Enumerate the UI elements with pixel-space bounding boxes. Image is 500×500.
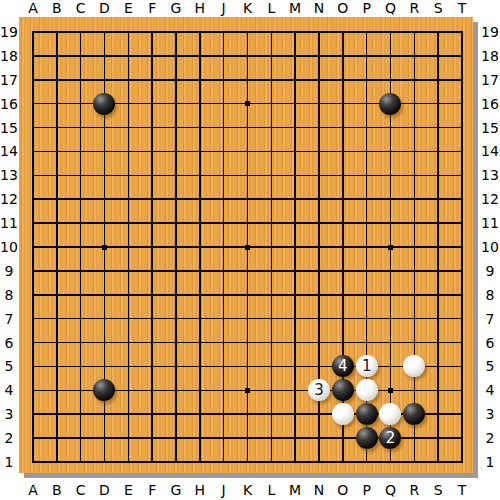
coord-label-right-16: 16 (481, 96, 499, 112)
coord-label-bottom-G: G (171, 482, 182, 498)
coord-label-top-S: S (434, 0, 443, 16)
coord-label-top-M: M (289, 0, 301, 16)
coord-label-bottom-S: S (434, 482, 443, 498)
coord-label-bottom-N: N (314, 482, 324, 498)
coord-label-bottom-Q: Q (385, 482, 396, 498)
coord-label-top-G: G (171, 0, 182, 16)
coord-label-right-13: 13 (481, 167, 499, 183)
coord-label-right-9: 9 (486, 263, 495, 279)
coord-label-top-A: A (28, 0, 38, 16)
coord-label-bottom-B: B (52, 482, 62, 498)
coord-label-right-10: 10 (481, 239, 499, 255)
coord-label-left-8: 8 (5, 287, 14, 303)
stone-black-O5[interactable]: 4 (332, 355, 354, 377)
grid-line-horizontal (32, 270, 462, 272)
coord-label-bottom-L: L (267, 482, 275, 498)
stone-white-R5[interactable] (403, 355, 425, 377)
star-point-K10 (245, 245, 250, 250)
coord-label-left-16: 16 (0, 96, 18, 112)
coord-label-left-3: 3 (5, 406, 14, 422)
coord-label-left-7: 7 (5, 311, 14, 327)
coord-label-right-14: 14 (481, 143, 499, 159)
coord-label-right-12: 12 (481, 191, 499, 207)
move-number-4: 4 (338, 359, 348, 374)
coord-label-bottom-A: A (28, 482, 38, 498)
grid-line-vertical (294, 31, 296, 463)
coord-label-right-5: 5 (486, 358, 495, 374)
stone-black-D4[interactable] (93, 379, 115, 401)
grid-line-vertical (437, 31, 439, 463)
coord-label-top-P: P (362, 0, 370, 16)
coord-label-top-K: K (243, 0, 252, 16)
coord-label-right-11: 11 (481, 215, 499, 231)
grid-line-vertical (461, 31, 463, 463)
star-point-D10 (102, 245, 107, 250)
coord-label-top-L: L (267, 0, 275, 16)
coord-label-left-4: 4 (5, 382, 14, 398)
stone-black-P2[interactable] (356, 427, 378, 449)
coord-label-left-19: 19 (0, 24, 18, 40)
coord-label-left-9: 9 (5, 263, 14, 279)
coord-label-right-15: 15 (481, 120, 499, 136)
move-number-1: 1 (362, 359, 372, 374)
coord-label-top-B: B (52, 0, 62, 16)
coord-label-right-2: 2 (486, 430, 495, 446)
coord-label-right-7: 7 (486, 311, 495, 327)
coord-label-left-15: 15 (0, 120, 18, 136)
coord-label-right-4: 4 (486, 382, 495, 398)
coord-label-top-O: O (337, 0, 348, 16)
star-point-K16 (245, 101, 250, 106)
grid-line-vertical (414, 31, 416, 463)
star-point-K4 (245, 388, 250, 393)
coord-label-bottom-E: E (124, 482, 133, 498)
coord-label-right-1: 1 (486, 454, 495, 470)
stone-white-P4[interactable] (356, 379, 378, 401)
coord-label-bottom-D: D (99, 482, 110, 498)
coord-label-bottom-P: P (362, 482, 370, 498)
coord-label-left-13: 13 (0, 167, 18, 183)
coord-label-bottom-F: F (148, 482, 156, 498)
grid-line-horizontal (32, 461, 462, 463)
coord-label-bottom-C: C (76, 482, 86, 498)
coord-label-bottom-T: T (458, 482, 467, 498)
coord-label-left-12: 12 (0, 191, 18, 207)
coord-label-right-17: 17 (481, 72, 499, 88)
coord-label-left-10: 10 (0, 239, 18, 255)
coord-label-left-1: 1 (5, 454, 14, 470)
coord-label-top-Q: Q (385, 0, 396, 16)
coord-label-top-J: J (222, 0, 226, 16)
grid-line-horizontal (32, 342, 462, 344)
coord-label-bottom-M: M (289, 482, 301, 498)
coord-label-left-11: 11 (0, 215, 18, 231)
coord-label-left-6: 6 (5, 335, 14, 351)
coord-label-left-17: 17 (0, 72, 18, 88)
stone-black-O4[interactable] (332, 379, 354, 401)
grid-line-vertical (271, 31, 273, 463)
stone-black-R3[interactable] (403, 403, 425, 425)
coord-label-top-R: R (409, 0, 419, 16)
coord-label-top-F: F (148, 0, 156, 16)
stone-black-D16[interactable] (93, 93, 115, 115)
coord-label-top-E: E (124, 0, 133, 16)
coord-label-top-N: N (314, 0, 324, 16)
coord-label-top-C: C (76, 0, 86, 16)
go-board[interactable]: 4213 (19, 17, 473, 473)
move-number-3: 3 (314, 383, 324, 398)
coord-label-right-19: 19 (481, 24, 499, 40)
star-point-Q4 (388, 388, 393, 393)
coord-label-left-18: 18 (0, 48, 18, 64)
coord-label-left-5: 5 (5, 358, 14, 374)
coord-label-right-8: 8 (486, 287, 495, 303)
star-point-Q10 (388, 245, 393, 250)
stone-white-N4[interactable]: 3 (308, 379, 330, 401)
stone-white-Q3[interactable] (379, 403, 401, 425)
coord-label-bottom-R: R (409, 482, 419, 498)
coord-label-top-D: D (99, 0, 110, 16)
coord-label-bottom-H: H (195, 482, 206, 498)
stone-white-O3[interactable] (332, 403, 354, 425)
coord-label-left-2: 2 (5, 430, 14, 446)
coord-label-left-14: 14 (0, 143, 18, 159)
coord-label-bottom-K: K (243, 482, 252, 498)
stone-black-P3[interactable] (356, 403, 378, 425)
coord-label-bottom-J: J (222, 482, 226, 498)
stone-black-Q16[interactable] (379, 93, 401, 115)
grid-line-horizontal (32, 318, 462, 320)
coord-label-right-3: 3 (486, 406, 495, 422)
coord-label-top-H: H (195, 0, 206, 16)
coord-label-top-T: T (458, 0, 467, 16)
grid-line-horizontal (32, 366, 462, 368)
stone-white-P5[interactable]: 1 (356, 355, 378, 377)
coord-label-right-6: 6 (486, 335, 495, 351)
coord-label-right-18: 18 (481, 48, 499, 64)
coord-label-bottom-O: O (337, 482, 348, 498)
grid-line-horizontal (32, 294, 462, 296)
stone-black-Q2[interactable]: 2 (379, 427, 401, 449)
move-number-2: 2 (386, 431, 396, 446)
